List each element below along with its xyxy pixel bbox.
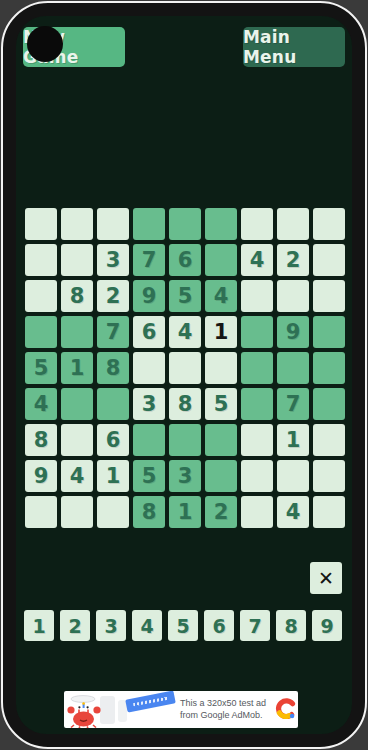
sudoku-cell[interactable] bbox=[241, 352, 273, 384]
sudoku-cell[interactable] bbox=[313, 280, 345, 312]
sudoku-cell[interactable] bbox=[61, 496, 93, 528]
sudoku-cell[interactable] bbox=[205, 208, 237, 240]
sudoku-cell[interactable] bbox=[205, 244, 237, 276]
sudoku-cell[interactable] bbox=[133, 424, 165, 456]
number-key-5[interactable]: 5 bbox=[168, 610, 198, 641]
sudoku-cell[interactable] bbox=[25, 280, 57, 312]
number-key-4[interactable]: 4 bbox=[132, 610, 162, 641]
sudoku-cell[interactable] bbox=[313, 460, 345, 492]
main-menu-label: Main Menu bbox=[243, 27, 345, 67]
sudoku-cell[interactable] bbox=[241, 424, 273, 456]
sudoku-cell[interactable]: 8 bbox=[61, 280, 93, 312]
sudoku-cell[interactable]: 8 bbox=[97, 352, 129, 384]
sudoku-cell[interactable] bbox=[313, 244, 345, 276]
sudoku-cell[interactable] bbox=[97, 496, 129, 528]
sudoku-cell[interactable]: 4 bbox=[277, 496, 309, 528]
sudoku-cell[interactable]: 5 bbox=[133, 460, 165, 492]
sudoku-cell[interactable]: 6 bbox=[97, 424, 129, 456]
main-menu-button[interactable]: Main Menu bbox=[243, 27, 345, 67]
sudoku-cell[interactable] bbox=[25, 496, 57, 528]
sudoku-cell[interactable]: 5 bbox=[205, 388, 237, 420]
sudoku-cell[interactable]: 3 bbox=[97, 244, 129, 276]
sudoku-cell[interactable] bbox=[277, 352, 309, 384]
sudoku-cell[interactable] bbox=[25, 316, 57, 348]
sudoku-cell[interactable]: 6 bbox=[169, 244, 201, 276]
sudoku-cell[interactable]: 3 bbox=[169, 460, 201, 492]
sudoku-cell[interactable]: 8 bbox=[25, 424, 57, 456]
sudoku-cell[interactable] bbox=[205, 352, 237, 384]
sudoku-cell[interactable] bbox=[61, 316, 93, 348]
sudoku-cell[interactable]: 1 bbox=[169, 496, 201, 528]
sudoku-cell[interactable] bbox=[97, 208, 129, 240]
sudoku-cell[interactable] bbox=[313, 388, 345, 420]
close-button[interactable]: ✕ bbox=[310, 562, 342, 594]
sudoku-cell[interactable] bbox=[133, 352, 165, 384]
admob-logo-icon bbox=[275, 698, 296, 719]
sudoku-cell[interactable] bbox=[61, 388, 93, 420]
sudoku-cell[interactable] bbox=[169, 352, 201, 384]
sudoku-cell[interactable] bbox=[277, 280, 309, 312]
sudoku-cell[interactable]: 3 bbox=[133, 388, 165, 420]
sudoku-cell[interactable] bbox=[277, 460, 309, 492]
sudoku-cell[interactable]: 5 bbox=[25, 352, 57, 384]
sudoku-cell[interactable]: 2 bbox=[277, 244, 309, 276]
sudoku-cell[interactable] bbox=[61, 208, 93, 240]
sudoku-cell[interactable]: 8 bbox=[133, 496, 165, 528]
sudoku-cell[interactable]: 7 bbox=[97, 316, 129, 348]
number-key-8[interactable]: 8 bbox=[276, 610, 306, 641]
sudoku-cell[interactable] bbox=[169, 424, 201, 456]
sudoku-cell[interactable]: 5 bbox=[169, 280, 201, 312]
sudoku-cell[interactable]: 4 bbox=[169, 316, 201, 348]
sudoku-cell[interactable] bbox=[61, 424, 93, 456]
sudoku-cell[interactable]: 9 bbox=[277, 316, 309, 348]
sudoku-cell[interactable] bbox=[241, 316, 273, 348]
number-key-3[interactable]: 3 bbox=[96, 610, 126, 641]
number-key-9[interactable]: 9 bbox=[312, 610, 342, 641]
sudoku-cell[interactable] bbox=[61, 244, 93, 276]
number-key-1[interactable]: 1 bbox=[24, 610, 54, 641]
sudoku-cell[interactable]: 7 bbox=[277, 388, 309, 420]
sudoku-cell[interactable]: 4 bbox=[241, 244, 273, 276]
sudoku-cell[interactable] bbox=[241, 208, 273, 240]
sudoku-cell[interactable]: 4 bbox=[25, 388, 57, 420]
ad-banner[interactable]: This a 320x50 test ad from Google AdMob. bbox=[64, 691, 298, 728]
sudoku-cell[interactable] bbox=[313, 352, 345, 384]
number-pad: 123456789 bbox=[24, 610, 342, 641]
ad-text: This a 320x50 test ad from Google AdMob. bbox=[180, 698, 274, 721]
sudoku-cell[interactable]: 6 bbox=[133, 316, 165, 348]
sudoku-cell[interactable] bbox=[241, 496, 273, 528]
sudoku-cell[interactable] bbox=[25, 244, 57, 276]
ad-text-line2: from Google AdMob. bbox=[180, 710, 274, 722]
crab-mascot-icon bbox=[66, 692, 126, 728]
sudoku-cell[interactable]: 7 bbox=[133, 244, 165, 276]
sudoku-cell[interactable] bbox=[313, 208, 345, 240]
sudoku-cell[interactable] bbox=[313, 496, 345, 528]
sudoku-cell[interactable] bbox=[25, 208, 57, 240]
sudoku-cell[interactable]: 2 bbox=[97, 280, 129, 312]
sudoku-cell[interactable] bbox=[133, 208, 165, 240]
sudoku-cell[interactable] bbox=[205, 460, 237, 492]
sudoku-cell[interactable]: 1 bbox=[61, 352, 93, 384]
sudoku-board: 37642829547641951843857861941538124 bbox=[25, 208, 345, 528]
sudoku-cell[interactable]: 1 bbox=[97, 460, 129, 492]
sudoku-cell[interactable] bbox=[313, 316, 345, 348]
number-key-2[interactable]: 2 bbox=[60, 610, 90, 641]
sudoku-cell[interactable] bbox=[277, 208, 309, 240]
sudoku-cell[interactable]: 4 bbox=[61, 460, 93, 492]
sudoku-cell[interactable] bbox=[241, 280, 273, 312]
sudoku-cell[interactable]: 8 bbox=[169, 388, 201, 420]
camera-cutout bbox=[27, 26, 63, 62]
number-key-7[interactable]: 7 bbox=[240, 610, 270, 641]
sudoku-cell[interactable]: 2 bbox=[205, 496, 237, 528]
number-key-6[interactable]: 6 bbox=[204, 610, 234, 641]
sudoku-cell[interactable] bbox=[205, 424, 237, 456]
sudoku-cell[interactable]: 9 bbox=[133, 280, 165, 312]
sudoku-cell[interactable]: 1 bbox=[277, 424, 309, 456]
close-icon: ✕ bbox=[318, 567, 334, 589]
sudoku-cell[interactable]: 9 bbox=[25, 460, 57, 492]
sudoku-cell[interactable] bbox=[241, 388, 273, 420]
sudoku-cell[interactable] bbox=[97, 388, 129, 420]
ad-flag-icon bbox=[125, 691, 176, 713]
ad-text-line1: This a 320x50 test ad bbox=[180, 698, 274, 710]
sudoku-cell[interactable] bbox=[241, 460, 273, 492]
sudoku-cell[interactable]: 4 bbox=[205, 280, 237, 312]
sudoku-cell[interactable]: 1 bbox=[205, 316, 237, 348]
sudoku-cell[interactable] bbox=[313, 424, 345, 456]
sudoku-cell[interactable] bbox=[169, 208, 201, 240]
